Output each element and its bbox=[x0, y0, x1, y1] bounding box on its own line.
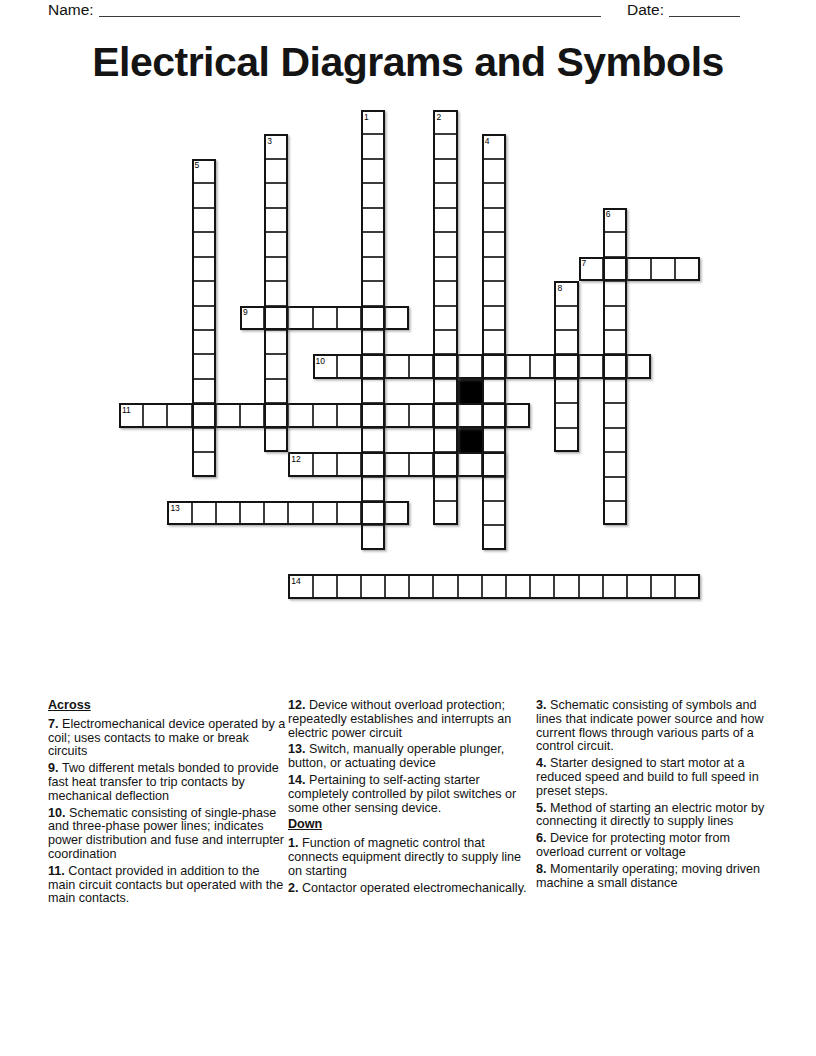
cell-r6c3[interactable] bbox=[192, 257, 216, 281]
cell-r6c15[interactable] bbox=[482, 257, 506, 281]
cell-r11c18[interactable] bbox=[554, 379, 578, 403]
cell-r11c3[interactable] bbox=[192, 379, 216, 403]
cell-r14c15[interactable] bbox=[482, 452, 506, 476]
clue-num-label: 6. bbox=[536, 831, 550, 845]
clue-num-label: 1. bbox=[288, 836, 302, 850]
clue-num-label: 12. bbox=[288, 698, 309, 712]
cell-r19c16[interactable] bbox=[506, 574, 530, 598]
cell-r8c7[interactable] bbox=[288, 306, 312, 330]
header: Name: Date: bbox=[48, 1, 740, 18]
cell-r8c3[interactable] bbox=[192, 306, 216, 330]
cell-r9c18[interactable] bbox=[554, 330, 578, 354]
cell-r8c5[interactable] bbox=[240, 306, 264, 330]
cell-r8c15[interactable] bbox=[482, 306, 506, 330]
date-label: Date: bbox=[627, 1, 664, 18]
cell-r19c23[interactable] bbox=[675, 574, 699, 598]
clue-2: 2. Contactor operated electromechanicall… bbox=[288, 882, 535, 896]
clue-num-label: 11. bbox=[48, 864, 68, 878]
cell-r1c13[interactable] bbox=[433, 134, 457, 158]
clue-num-label: 5. bbox=[536, 801, 550, 815]
cell-r7c6[interactable] bbox=[264, 281, 288, 305]
cell-r2c10[interactable] bbox=[361, 159, 385, 183]
cell-r9c13[interactable] bbox=[433, 330, 457, 354]
clue-1: 1. Function of magnetic control that con… bbox=[288, 837, 535, 878]
cell-r19c20[interactable] bbox=[603, 574, 627, 598]
cell-r15c13[interactable] bbox=[433, 477, 457, 501]
cell-r14c12[interactable] bbox=[409, 452, 433, 476]
worksheet-page: Name: Date: Electrical Diagrams and Symb… bbox=[0, 0, 816, 1056]
cell-r16c3[interactable] bbox=[192, 501, 216, 525]
clue-7: 7. Electromechanical device operated by … bbox=[48, 718, 286, 759]
cell-r8c9[interactable] bbox=[337, 306, 361, 330]
cell-r14c9[interactable] bbox=[337, 452, 361, 476]
clue-num-label: 13. bbox=[288, 742, 309, 756]
clue-14: 14. Pertaining to self-acting starter co… bbox=[288, 774, 535, 815]
cell-r8c20[interactable] bbox=[603, 306, 627, 330]
cell-r8c13[interactable] bbox=[433, 306, 457, 330]
clue-12: 12. Device without overload protection; … bbox=[288, 699, 535, 740]
cell-r4c15[interactable] bbox=[482, 208, 506, 232]
cell-r11c15[interactable] bbox=[482, 379, 506, 403]
cell-r10c16[interactable] bbox=[506, 354, 530, 378]
clue-num-label: 4. bbox=[536, 756, 550, 770]
puzzle-title: Electrical Diagrams and Symbols bbox=[0, 40, 816, 85]
cell-r2c6[interactable] bbox=[264, 159, 288, 183]
cell-r14c10[interactable] bbox=[361, 452, 385, 476]
cell-r19c18[interactable] bbox=[554, 574, 578, 598]
clue-num-label: 14. bbox=[288, 773, 309, 787]
cell-r12c7[interactable] bbox=[288, 403, 312, 427]
across-heading: Across bbox=[48, 699, 286, 713]
cell-r16c7[interactable] bbox=[288, 501, 312, 525]
cell-r12c4[interactable] bbox=[216, 403, 240, 427]
cell-r10c12[interactable] bbox=[409, 354, 433, 378]
cell-r12c6[interactable] bbox=[264, 403, 288, 427]
cell-r12c10[interactable] bbox=[361, 403, 385, 427]
cell-r10c19[interactable] bbox=[579, 354, 603, 378]
cell-r19c13[interactable] bbox=[433, 574, 457, 598]
clue-5: 5. Method of starting an electric motor … bbox=[536, 802, 776, 830]
cell-r1c10[interactable] bbox=[361, 134, 385, 158]
cell-r16c20[interactable] bbox=[603, 501, 627, 525]
cell-r1c15[interactable] bbox=[482, 134, 506, 158]
clue-10: 10. Schematic consisting of single-phase… bbox=[48, 807, 286, 862]
clue-3: 3. Schematic consisting of symbols and l… bbox=[536, 699, 776, 754]
cell-r14c8[interactable] bbox=[313, 452, 337, 476]
cell-r15c15[interactable] bbox=[482, 477, 506, 501]
clue-num-label: 2. bbox=[288, 881, 302, 895]
cell-r7c13[interactable] bbox=[433, 281, 457, 305]
cell-r2c15[interactable] bbox=[482, 159, 506, 183]
cell-r7c3[interactable] bbox=[192, 281, 216, 305]
cell-r13c3[interactable] bbox=[192, 428, 216, 452]
cell-r12c14[interactable] bbox=[458, 403, 482, 427]
cell-r4c13[interactable] bbox=[433, 208, 457, 232]
cell-r3c3[interactable] bbox=[192, 183, 216, 207]
clue-column-3: 3. Schematic consisting of symbols and l… bbox=[536, 699, 776, 893]
cell-r11c6[interactable] bbox=[264, 379, 288, 403]
cell-r10c14[interactable] bbox=[458, 354, 482, 378]
cell-r5c6[interactable] bbox=[264, 232, 288, 256]
clue-num-label: 3. bbox=[536, 698, 550, 712]
cell-r11c13[interactable] bbox=[433, 379, 457, 403]
cell-r12c15[interactable] bbox=[482, 403, 506, 427]
cell-r6c10[interactable] bbox=[361, 257, 385, 281]
cell-r6c13[interactable] bbox=[433, 257, 457, 281]
cell-r12c2[interactable] bbox=[167, 403, 191, 427]
cell-r16c10[interactable] bbox=[361, 501, 385, 525]
cell-r8c6[interactable] bbox=[264, 306, 288, 330]
clue-8: 8. Momentarily operating; moving driven … bbox=[536, 863, 776, 891]
cell-r10c13[interactable] bbox=[433, 354, 457, 378]
cell-r17c15[interactable] bbox=[482, 525, 506, 549]
cell-r10c11[interactable] bbox=[385, 354, 409, 378]
cell-r3c10[interactable] bbox=[361, 183, 385, 207]
cell-r14c20[interactable] bbox=[603, 452, 627, 476]
cell-r4c20[interactable] bbox=[603, 208, 627, 232]
cell-r10c21[interactable] bbox=[627, 354, 651, 378]
cell-r1c6[interactable] bbox=[264, 134, 288, 158]
cell-r19c11[interactable] bbox=[385, 574, 409, 598]
cell-r5c20[interactable] bbox=[603, 232, 627, 256]
cell-r7c10[interactable] bbox=[361, 281, 385, 305]
cell-r8c11[interactable] bbox=[385, 306, 409, 330]
cell-r12c18[interactable] bbox=[554, 403, 578, 427]
clue-num-label: 8. bbox=[536, 862, 550, 876]
cell-r12c3[interactable] bbox=[192, 403, 216, 427]
cell-r12c5[interactable] bbox=[240, 403, 264, 427]
cell-r9c20[interactable] bbox=[603, 330, 627, 354]
cell-r5c10[interactable] bbox=[361, 232, 385, 256]
cell-r11c20[interactable] bbox=[603, 379, 627, 403]
cell-r12c1[interactable] bbox=[143, 403, 167, 427]
down-heading: Down bbox=[288, 818, 535, 832]
cell-r10c6[interactable] bbox=[264, 354, 288, 378]
cell-r14c14[interactable] bbox=[458, 452, 482, 476]
clue-num-label: 7. bbox=[48, 717, 62, 731]
cell-r14c13[interactable] bbox=[433, 452, 457, 476]
cell-r13c13[interactable] bbox=[433, 428, 457, 452]
cell-r3c6[interactable] bbox=[264, 183, 288, 207]
cell-r10c17[interactable] bbox=[530, 354, 554, 378]
cell-r6c6[interactable] bbox=[264, 257, 288, 281]
cell-r6c19[interactable] bbox=[579, 257, 603, 281]
cell-r10c10[interactable] bbox=[361, 354, 385, 378]
cell-r14c3[interactable] bbox=[192, 452, 216, 476]
cell-r10c15[interactable] bbox=[482, 354, 506, 378]
cell-r12c9[interactable] bbox=[337, 403, 361, 427]
cell-r6c22[interactable] bbox=[651, 257, 675, 281]
cell-r4c10[interactable] bbox=[361, 208, 385, 232]
cell-r8c8[interactable] bbox=[313, 306, 337, 330]
cell-r10c9[interactable] bbox=[337, 354, 361, 378]
cell-r14c11[interactable] bbox=[385, 452, 409, 476]
cell-r10c3[interactable] bbox=[192, 354, 216, 378]
cell-r12c0[interactable] bbox=[119, 403, 143, 427]
cell-r5c3[interactable] bbox=[192, 232, 216, 256]
clue-11: 11. Contact provided in addition to the … bbox=[48, 865, 286, 906]
cell-r12c11[interactable] bbox=[385, 403, 409, 427]
cell-r19c9[interactable] bbox=[337, 574, 361, 598]
cell-r2c13[interactable] bbox=[433, 159, 457, 183]
clue-13: 13. Switch, manually operable plunger, b… bbox=[288, 743, 535, 771]
cell-r9c10[interactable] bbox=[361, 330, 385, 354]
cell-r13c18[interactable] bbox=[554, 428, 578, 452]
cell-r16c9[interactable] bbox=[337, 501, 361, 525]
cell-r3c15[interactable] bbox=[482, 183, 506, 207]
clue-num-label: 9. bbox=[48, 761, 62, 775]
cell-r4c6[interactable] bbox=[264, 208, 288, 232]
cell-r19c14[interactable] bbox=[458, 574, 482, 598]
cell-r0c10[interactable] bbox=[361, 110, 385, 134]
cell-r15c20[interactable] bbox=[603, 477, 627, 501]
clue-9: 9. Two different metals bonded to provid… bbox=[48, 762, 286, 803]
name-blank-line[interactable] bbox=[99, 2, 601, 17]
cell-r8c18[interactable] bbox=[554, 306, 578, 330]
cell-r2c3[interactable] bbox=[192, 159, 216, 183]
cell-r19c19[interactable] bbox=[579, 574, 603, 598]
cell-r6c21[interactable] bbox=[627, 257, 651, 281]
cell-r12c13[interactable] bbox=[433, 403, 457, 427]
cell-r6c23[interactable] bbox=[675, 257, 699, 281]
cell-r10c20[interactable] bbox=[603, 354, 627, 378]
cell-r19c17[interactable] bbox=[530, 574, 554, 598]
cell-r7c20[interactable] bbox=[603, 281, 627, 305]
cell-r13c10[interactable] bbox=[361, 428, 385, 452]
clue-4: 4. Starter designed to start motor at a … bbox=[536, 757, 776, 798]
cell-r16c8[interactable] bbox=[313, 501, 337, 525]
cell-r12c8[interactable] bbox=[313, 403, 337, 427]
cell-r19c7[interactable] bbox=[288, 574, 312, 598]
cell-r12c20[interactable] bbox=[603, 403, 627, 427]
cell-r9c15[interactable] bbox=[482, 330, 506, 354]
cell-r19c12[interactable] bbox=[409, 574, 433, 598]
cell-r15c10[interactable] bbox=[361, 477, 385, 501]
cell-r19c15[interactable] bbox=[482, 574, 506, 598]
clue-6: 6. Device for protecting motor from over… bbox=[536, 832, 776, 860]
cell-r11c10[interactable] bbox=[361, 379, 385, 403]
cell-r16c11[interactable] bbox=[385, 501, 409, 525]
cell-r19c10[interactable] bbox=[361, 574, 385, 598]
cell-r5c15[interactable] bbox=[482, 232, 506, 256]
date-blank-line[interactable] bbox=[669, 2, 740, 17]
cell-r14c7[interactable] bbox=[288, 452, 312, 476]
cell-r7c15[interactable] bbox=[482, 281, 506, 305]
cell-r9c3[interactable] bbox=[192, 330, 216, 354]
clue-column-1: Across7. Electromechanical device operat… bbox=[48, 699, 286, 909]
cell-r13c15[interactable] bbox=[482, 428, 506, 452]
cell-r19c21[interactable] bbox=[627, 574, 651, 598]
cell-r10c8[interactable] bbox=[313, 354, 337, 378]
cell-r13c6[interactable] bbox=[264, 428, 288, 452]
cell-r16c2[interactable] bbox=[167, 501, 191, 525]
cell-r16c6[interactable] bbox=[264, 501, 288, 525]
cell-r19c22[interactable] bbox=[651, 574, 675, 598]
clue-num-label: 10. bbox=[48, 806, 69, 820]
black-cell-r11c14 bbox=[458, 379, 482, 403]
cell-r17c10[interactable] bbox=[361, 525, 385, 549]
crossword-board: 1234567891011121314 bbox=[119, 110, 700, 599]
cell-r5c13[interactable] bbox=[433, 232, 457, 256]
clues-section: Across7. Electromechanical device operat… bbox=[0, 699, 816, 949]
cell-r12c12[interactable] bbox=[409, 403, 433, 427]
cell-r13c20[interactable] bbox=[603, 428, 627, 452]
cell-r16c4[interactable] bbox=[216, 501, 240, 525]
cell-r16c15[interactable] bbox=[482, 501, 506, 525]
cell-r7c18[interactable] bbox=[554, 281, 578, 305]
cell-r12c16[interactable] bbox=[506, 403, 530, 427]
cell-r4c3[interactable] bbox=[192, 208, 216, 232]
cell-r0c13[interactable] bbox=[433, 110, 457, 134]
cell-r8c10[interactable] bbox=[361, 306, 385, 330]
black-cell-r13c14 bbox=[458, 428, 482, 452]
cell-r16c5[interactable] bbox=[240, 501, 264, 525]
cell-r3c13[interactable] bbox=[433, 183, 457, 207]
cell-r10c18[interactable] bbox=[554, 354, 578, 378]
cell-r16c13[interactable] bbox=[433, 501, 457, 525]
cell-r9c6[interactable] bbox=[264, 330, 288, 354]
name-label: Name: bbox=[48, 1, 94, 18]
cell-r19c8[interactable] bbox=[313, 574, 337, 598]
clue-column-2: 12. Device without overload protection; … bbox=[288, 699, 535, 898]
cell-r6c20[interactable] bbox=[603, 257, 627, 281]
